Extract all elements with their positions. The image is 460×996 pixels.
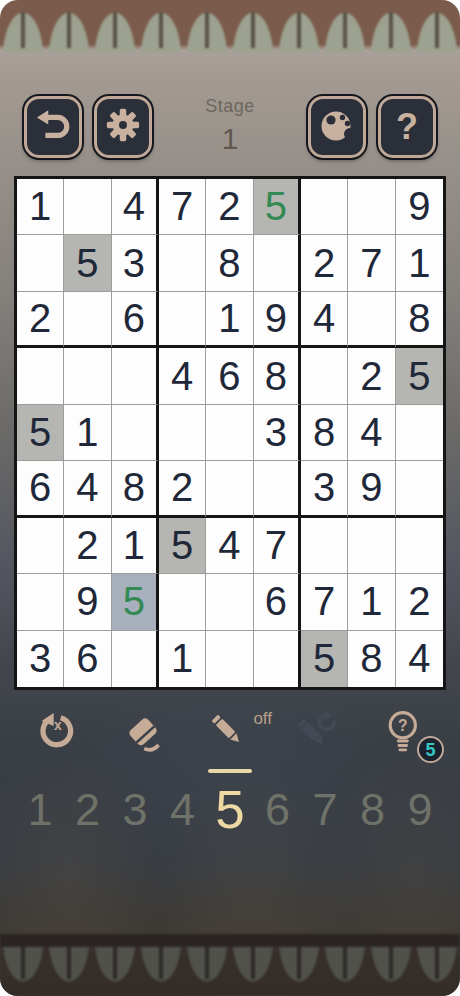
cell-r5c9[interactable] <box>396 405 443 461</box>
cell-r4c9[interactable]: 5 <box>396 348 443 404</box>
cell-r7c2[interactable]: 2 <box>64 518 111 574</box>
numpad-8[interactable]: 8 <box>351 787 395 832</box>
cell-r3c5[interactable]: 1 <box>206 292 253 348</box>
cell-r3c3[interactable]: 6 <box>112 292 159 348</box>
cell-r9c1[interactable]: 3 <box>17 631 64 687</box>
cell-r5c7[interactable]: 8 <box>301 405 348 461</box>
pencil-mode-button[interactable]: off <box>202 707 258 763</box>
cell-r1c1[interactable]: 1 <box>17 179 64 235</box>
cell-r6c7[interactable]: 3 <box>301 461 348 517</box>
cell-r8c7[interactable]: 7 <box>301 574 348 630</box>
cell-r3c6[interactable]: 9 <box>254 292 301 348</box>
cell-r1c9[interactable]: 9 <box>396 179 443 235</box>
cell-r8c9[interactable]: 2 <box>396 574 443 630</box>
cell-r4c8[interactable]: 2 <box>348 348 395 404</box>
cell-r6c6[interactable] <box>254 461 301 517</box>
question-mark-icon: ? <box>396 109 418 145</box>
tool-bar: x <box>0 702 460 768</box>
svg-text:x: x <box>54 718 62 733</box>
cell-r5c2[interactable]: 1 <box>64 405 111 461</box>
cell-r6c5[interactable] <box>206 461 253 517</box>
cell-r5c8[interactable]: 4 <box>348 405 395 461</box>
cell-r8c2[interactable]: 9 <box>64 574 111 630</box>
auto-pencil-button[interactable] <box>289 707 345 763</box>
palette-icon <box>317 105 357 149</box>
cell-r3c8[interactable] <box>348 292 395 348</box>
cell-r9c4[interactable]: 1 <box>159 631 206 687</box>
cell-r4c2[interactable] <box>64 348 111 404</box>
cell-r7c5[interactable]: 4 <box>206 518 253 574</box>
stage-number: 1 <box>160 122 300 156</box>
cell-r8c1[interactable] <box>17 574 64 630</box>
cell-r6c2[interactable]: 4 <box>64 461 111 517</box>
sudoku-app-screen: Stage 1 ? 147259538271261948468255138464… <box>0 0 460 996</box>
cell-r9c3[interactable] <box>112 631 159 687</box>
cell-r7c6[interactable]: 7 <box>254 518 301 574</box>
cell-r2c5[interactable]: 8 <box>206 235 253 291</box>
cell-r2c8[interactable]: 7 <box>348 235 395 291</box>
cell-r5c6[interactable]: 3 <box>254 405 301 461</box>
cell-r3c1[interactable]: 2 <box>17 292 64 348</box>
cell-r2c9[interactable]: 1 <box>396 235 443 291</box>
cell-r9c5[interactable] <box>206 631 253 687</box>
pencil-refresh-icon <box>293 709 341 761</box>
cell-r4c5[interactable]: 6 <box>206 348 253 404</box>
cell-r1c2[interactable] <box>64 179 111 235</box>
cell-r6c4[interactable]: 2 <box>159 461 206 517</box>
cell-r7c3[interactable]: 1 <box>112 518 159 574</box>
numpad-5[interactable]: 5 <box>208 783 252 836</box>
cell-r1c5[interactable]: 2 <box>206 179 253 235</box>
cell-r2c6[interactable] <box>254 235 301 291</box>
cell-r1c7[interactable] <box>301 179 348 235</box>
cell-r5c4[interactable] <box>159 405 206 461</box>
help-button[interactable]: ? <box>378 96 436 158</box>
cell-r3c4[interactable] <box>159 292 206 348</box>
cell-r9c9[interactable]: 4 <box>396 631 443 687</box>
hint-count-badge: 5 <box>417 736 444 763</box>
undo-icon: x <box>33 710 79 760</box>
numpad-7[interactable]: 7 <box>303 787 347 832</box>
stage-indicator: Stage 1 <box>160 96 300 156</box>
cell-r3c2[interactable] <box>64 292 111 348</box>
cell-r8c6[interactable]: 6 <box>254 574 301 630</box>
cell-r9c7[interactable]: 5 <box>301 631 348 687</box>
cell-r8c5[interactable] <box>206 574 253 630</box>
cell-r8c4[interactable] <box>159 574 206 630</box>
top-bar: Stage 1 ? <box>0 96 460 160</box>
cell-r1c4[interactable]: 7 <box>159 179 206 235</box>
cell-r9c2[interactable]: 6 <box>64 631 111 687</box>
cell-r4c7[interactable] <box>301 348 348 404</box>
cell-r4c3[interactable] <box>112 348 159 404</box>
cell-r7c8[interactable] <box>348 518 395 574</box>
cell-r2c4[interactable] <box>159 235 206 291</box>
back-icon <box>34 106 72 148</box>
number-pad: 123456789 <box>0 776 460 842</box>
numpad-9[interactable]: 9 <box>398 787 442 832</box>
cell-r7c4[interactable]: 5 <box>159 518 206 574</box>
bottom-ornament-border <box>0 934 460 996</box>
cell-r9c6[interactable] <box>254 631 301 687</box>
cell-r4c6[interactable]: 8 <box>254 348 301 404</box>
cell-r5c1[interactable]: 5 <box>17 405 64 461</box>
numpad-6[interactable]: 6 <box>256 787 300 832</box>
cell-r6c1[interactable]: 6 <box>17 461 64 517</box>
cell-r7c7[interactable] <box>301 518 348 574</box>
cell-r3c9[interactable]: 8 <box>396 292 443 348</box>
stage-label: Stage <box>160 96 300 117</box>
hint-button[interactable]: ? 5 <box>376 707 432 763</box>
back-button[interactable] <box>24 96 82 158</box>
cell-r6c3[interactable]: 8 <box>112 461 159 517</box>
sudoku-grid: 1472595382712619484682551384648239215479… <box>14 176 446 690</box>
numpad-2[interactable]: 2 <box>66 787 110 832</box>
cell-r1c3[interactable]: 4 <box>112 179 159 235</box>
cell-r2c1[interactable] <box>17 235 64 291</box>
gear-icon <box>104 106 142 148</box>
selected-number-indicator <box>208 769 252 773</box>
cell-r2c3[interactable]: 3 <box>112 235 159 291</box>
cell-r6c9[interactable] <box>396 461 443 517</box>
cell-r7c1[interactable] <box>17 518 64 574</box>
eraser-button[interactable] <box>115 707 171 763</box>
numpad-1[interactable]: 1 <box>18 787 62 832</box>
cell-r7c9[interactable] <box>396 518 443 574</box>
numpad-4[interactable]: 4 <box>161 787 205 832</box>
cell-r2c7[interactable]: 2 <box>301 235 348 291</box>
eraser-icon <box>119 709 167 761</box>
cell-r2c2[interactable]: 5 <box>64 235 111 291</box>
pencil-mode-state-label: off <box>253 709 272 729</box>
cell-r1c8[interactable] <box>348 179 395 235</box>
cell-r5c3[interactable] <box>112 405 159 461</box>
theme-palette-button[interactable] <box>308 96 366 158</box>
pencil-icon <box>206 709 254 761</box>
cell-r6c8[interactable]: 9 <box>348 461 395 517</box>
undo-button[interactable]: x <box>28 707 84 763</box>
top-ornament-border <box>0 0 460 52</box>
cell-r8c3[interactable]: 5 <box>112 574 159 630</box>
settings-button[interactable] <box>94 96 152 158</box>
svg-text:?: ? <box>398 717 408 734</box>
cell-r3c7[interactable]: 4 <box>301 292 348 348</box>
numpad-3[interactable]: 3 <box>113 787 157 832</box>
cell-r8c8[interactable]: 1 <box>348 574 395 630</box>
cell-r1c6[interactable]: 5 <box>254 179 301 235</box>
cell-r4c1[interactable] <box>17 348 64 404</box>
cell-r5c5[interactable] <box>206 405 253 461</box>
cell-r4c4[interactable]: 4 <box>159 348 206 404</box>
cell-r9c8[interactable]: 8 <box>348 631 395 687</box>
